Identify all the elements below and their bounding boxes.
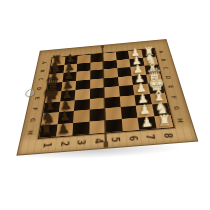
- file-label-left-d: D: [32, 84, 47, 93]
- file-label-left-h: H: [22, 126, 40, 138]
- black-pawn: ♟: [60, 99, 72, 112]
- square-c4-r3: [90, 69, 104, 79]
- file-label-right-a: A: [155, 48, 170, 55]
- rank-label-3: 3: [75, 135, 86, 150]
- white-rook: ♜: [143, 45, 155, 58]
- file-label-left-a: A: [38, 59, 52, 67]
- file-label-right-g: G: [168, 103, 187, 114]
- white-pawn: ♟: [141, 115, 154, 129]
- file-label-left-b: B: [36, 67, 50, 75]
- white-pawn: ♟: [136, 82, 148, 95]
- square-c6-r7: [120, 106, 137, 119]
- black-pawn: ♟: [57, 122, 70, 136]
- white-pawn: ♟: [134, 72, 145, 84]
- file-label-left-f: F: [28, 104, 45, 114]
- black-pawn: ♟: [61, 88, 73, 101]
- file-label-left-e: E: [30, 93, 46, 103]
- square-c6-r8: [121, 117, 139, 131]
- file-label-right-e: E: [163, 82, 180, 92]
- square-c8-r5: ♚: [148, 82, 165, 93]
- file-label-right-c: C: [159, 64, 175, 72]
- square-c5-r8: [105, 119, 122, 133]
- file-label-right-h: H: [171, 114, 191, 126]
- file-label-right-b: B: [157, 56, 172, 64]
- square-c3-r6: [74, 99, 90, 111]
- board-grid: ♜♟♟♜♞♟♟♞♝♟♟♝♛♟♟♛♚♟♟♚♝♟♟♝♞♟♟♞♜♟♟♜: [39, 49, 173, 138]
- square-c2-r8: ♟: [56, 123, 73, 137]
- black-pawn: ♟: [58, 110, 70, 124]
- square-c4-r4: [90, 78, 104, 89]
- square-c4-r8: [89, 120, 106, 134]
- white-pawn: ♟: [137, 92, 149, 105]
- fold-notch-top: [101, 45, 105, 48]
- black-rook: ♜: [40, 122, 55, 138]
- square-c6-r4: [118, 76, 133, 87]
- square-c6-r5: [118, 85, 134, 96]
- rank-label-1: 1: [40, 137, 52, 152]
- black-rook: ♜: [51, 53, 62, 66]
- square-c3-r4: [75, 79, 89, 90]
- file-label-right-d: D: [161, 73, 178, 82]
- file-label-right-f: F: [166, 92, 184, 102]
- square-c1-r8: ♜: [39, 124, 57, 138]
- file-label-left-c: C: [34, 75, 49, 84]
- square-c1-r4: ♛: [47, 82, 62, 93]
- white-pawn: ♟: [139, 103, 152, 117]
- chess-board: ♜♟♟♜♞♟♟♞♝♟♟♝♛♟♟♛♚♟♟♚♝♟♟♝♞♟♟♞♜♟♟♜ 1234567…: [16, 39, 198, 156]
- rank-label-8: 8: [160, 128, 174, 142]
- product-photo-background: ♜♟♟♜♞♟♟♞♝♟♟♝♛♟♟♛♚♟♟♚♝♟♟♝♞♟♟♞♜♟♟♜ 1234567…: [0, 0, 210, 210]
- white-rook: ♜: [157, 112, 172, 128]
- file-label-left-g: G: [25, 115, 42, 126]
- square-c3-r8: [72, 121, 89, 135]
- rank-label-6: 6: [126, 131, 138, 146]
- square-c8-r4: ♛: [146, 73, 162, 84]
- scene: ♜♟♟♜♞♟♟♞♝♟♟♝♛♟♟♛♚♟♟♚♝♟♟♝♞♟♟♞♜♟♟♜ 1234567…: [0, 0, 210, 210]
- rank-label-4: 4: [92, 133, 103, 148]
- black-pawn: ♟: [62, 79, 73, 91]
- square-c1-r3: ♝: [48, 73, 63, 83]
- rank-label-2: 2: [57, 136, 69, 151]
- rank-label-7: 7: [143, 129, 156, 143]
- rank-label-5: 5: [109, 132, 121, 147]
- square-c8-r8: ♜: [154, 115, 173, 129]
- square-c6-r6: [119, 95, 136, 107]
